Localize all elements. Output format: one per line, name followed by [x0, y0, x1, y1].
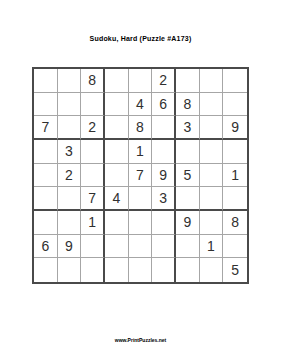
- cell-r2c6: 6: [152, 93, 176, 117]
- cell-r1c1: [34, 69, 58, 93]
- sudoku-grid: 824687283931279517431986915: [32, 67, 249, 284]
- cell-r5c8: [200, 164, 224, 188]
- cell-r2c9: [223, 93, 247, 117]
- cell-r9c8: [200, 258, 224, 282]
- cell-r5c9: 1: [223, 164, 247, 188]
- cell-r8c9: [223, 235, 247, 259]
- cell-r3c8: [200, 116, 224, 140]
- cell-r3c6: [152, 116, 176, 140]
- cell-r8c5: [129, 235, 153, 259]
- cell-r8c8: 1: [200, 235, 224, 259]
- cell-r6c4: 4: [105, 187, 129, 211]
- cell-r6c1: [34, 187, 58, 211]
- cell-r7c6: [152, 211, 176, 235]
- cell-r9c2: [58, 258, 82, 282]
- cell-r4c3: [81, 140, 105, 164]
- cell-r9c6: [152, 258, 176, 282]
- cell-r2c8: [200, 93, 224, 117]
- cell-r9c1: [34, 258, 58, 282]
- cell-r2c4: [105, 93, 129, 117]
- cell-r5c4: [105, 164, 129, 188]
- cell-r3c3: 2: [81, 116, 105, 140]
- cell-r1c7: [176, 69, 200, 93]
- cell-r5c5: 7: [129, 164, 153, 188]
- cell-r1c9: [223, 69, 247, 93]
- cell-r6c8: [200, 187, 224, 211]
- cell-r8c4: [105, 235, 129, 259]
- cell-r3c2: [58, 116, 82, 140]
- cell-r5c7: 5: [176, 164, 200, 188]
- sudoku-page: Sudoku, Hard (Puzzle #A173) 824687283931…: [0, 0, 281, 363]
- cell-r3c9: 9: [223, 116, 247, 140]
- cell-r6c9: [223, 187, 247, 211]
- cell-r5c1: [34, 164, 58, 188]
- cell-r1c2: [58, 69, 82, 93]
- cell-r6c7: [176, 187, 200, 211]
- cell-r9c7: [176, 258, 200, 282]
- cell-r2c3: [81, 93, 105, 117]
- cell-r2c5: 4: [129, 93, 153, 117]
- cell-r6c3: 7: [81, 187, 105, 211]
- cell-r1c5: [129, 69, 153, 93]
- cell-r9c9: 5: [223, 258, 247, 282]
- cell-r7c9: 8: [223, 211, 247, 235]
- cell-r7c5: [129, 211, 153, 235]
- cell-r9c3: [81, 258, 105, 282]
- cell-r6c2: [58, 187, 82, 211]
- cell-r3c5: 8: [129, 116, 153, 140]
- cell-r5c6: 9: [152, 164, 176, 188]
- cell-r7c7: 9: [176, 211, 200, 235]
- cell-r4c5: 1: [129, 140, 153, 164]
- cell-r7c3: 1: [81, 211, 105, 235]
- cell-r6c5: [129, 187, 153, 211]
- cell-r4c2: 3: [58, 140, 82, 164]
- cell-r1c3: 8: [81, 69, 105, 93]
- cell-r7c4: [105, 211, 129, 235]
- cell-r8c3: [81, 235, 105, 259]
- cell-r2c1: [34, 93, 58, 117]
- cell-r2c2: [58, 93, 82, 117]
- cell-r3c1: 7: [34, 116, 58, 140]
- cell-r8c1: 6: [34, 235, 58, 259]
- cell-r4c7: [176, 140, 200, 164]
- cell-r8c2: 9: [58, 235, 82, 259]
- cell-r7c1: [34, 211, 58, 235]
- cell-r1c4: [105, 69, 129, 93]
- cell-r9c5: [129, 258, 153, 282]
- cell-r8c7: [176, 235, 200, 259]
- cell-r5c2: 2: [58, 164, 82, 188]
- cell-r3c7: 3: [176, 116, 200, 140]
- cell-r4c6: [152, 140, 176, 164]
- cell-r2c7: 8: [176, 93, 200, 117]
- cell-r7c2: [58, 211, 82, 235]
- cell-r4c4: [105, 140, 129, 164]
- site-credit: www.PrintPuzzles.net: [0, 337, 281, 343]
- cell-r8c6: [152, 235, 176, 259]
- cell-r1c8: [200, 69, 224, 93]
- cell-r1c6: 2: [152, 69, 176, 93]
- cell-r4c1: [34, 140, 58, 164]
- cell-r3c4: [105, 116, 129, 140]
- cell-r4c9: [223, 140, 247, 164]
- cell-r4c8: [200, 140, 224, 164]
- cell-r5c3: [81, 164, 105, 188]
- cell-r7c8: [200, 211, 224, 235]
- puzzle-title: Sudoku, Hard (Puzzle #A173): [0, 35, 281, 42]
- cell-r6c6: 3: [152, 187, 176, 211]
- cell-r9c4: [105, 258, 129, 282]
